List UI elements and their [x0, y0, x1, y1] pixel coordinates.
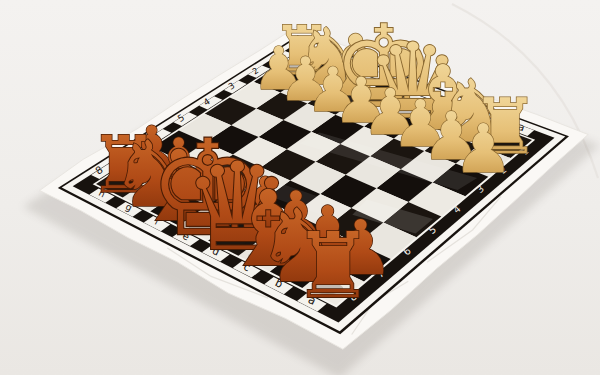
black-rook-a8: ♜: [293, 213, 374, 318]
white-pawn-a2: ♟: [453, 110, 513, 188]
photo-backdrop: aabbccddeeffgghh1122334455667788♜♞♟♝♟♚♟♛…: [0, 0, 600, 375]
chessboard-photo: aabbccddeeffgghh1122334455667788♜♞♟♝♟♚♟♛…: [0, 0, 600, 375]
